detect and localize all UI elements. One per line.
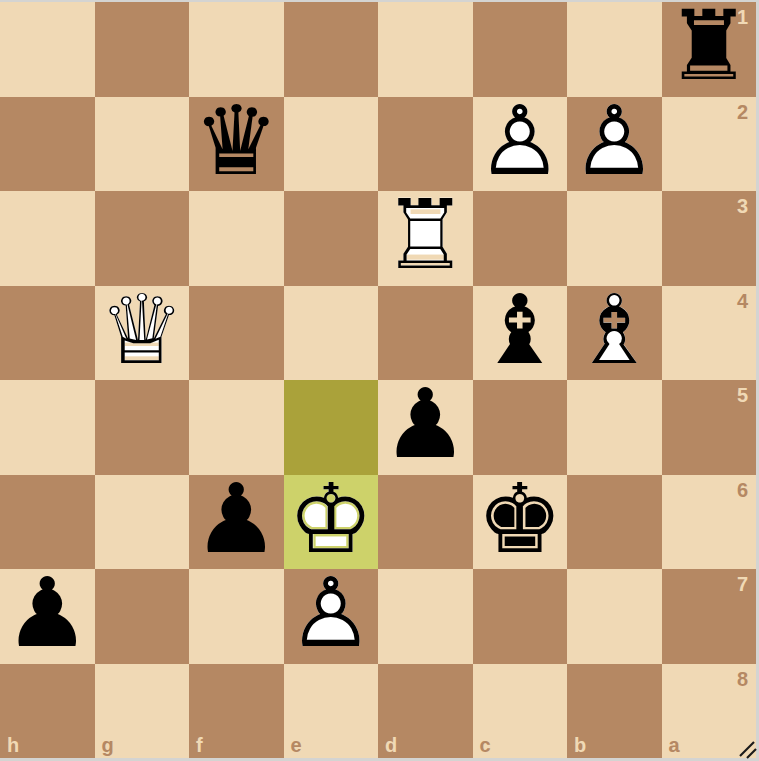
square-f6[interactable]: ♟ xyxy=(189,475,284,570)
square-h2[interactable] xyxy=(0,97,95,192)
rank-label-2: 2 xyxy=(737,102,748,122)
square-g5[interactable] xyxy=(95,380,190,475)
rank-label-1: 1 xyxy=(737,7,748,27)
square-c7[interactable] xyxy=(473,569,568,664)
square-a4[interactable]: 4 xyxy=(662,286,757,381)
file-label-h: h xyxy=(7,735,19,755)
rank-label-8: 8 xyxy=(737,669,748,689)
square-h6[interactable] xyxy=(0,475,95,570)
square-e7[interactable]: ♟♙ xyxy=(284,569,379,664)
square-f1[interactable] xyxy=(189,2,284,97)
white-pawn[interactable]: ♟♙ xyxy=(284,569,379,664)
white-pawn[interactable]: ♟♙ xyxy=(473,97,568,192)
square-c2[interactable]: ♟♙ xyxy=(473,97,568,192)
square-d4[interactable] xyxy=(378,286,473,381)
square-g2[interactable] xyxy=(95,97,190,192)
rank-label-4: 4 xyxy=(737,291,748,311)
square-h4[interactable] xyxy=(0,286,95,381)
file-label-g: g xyxy=(102,735,114,755)
white-pawn[interactable]: ♟♙ xyxy=(567,97,662,192)
black-pawn-fill-glyph: ♟ xyxy=(193,471,279,567)
square-d2[interactable] xyxy=(378,97,473,192)
white-king[interactable]: ♚♔ xyxy=(284,475,379,570)
square-a1[interactable]: ♜1 xyxy=(662,2,757,97)
square-a5[interactable]: 5 xyxy=(662,380,757,475)
square-g3[interactable] xyxy=(95,191,190,286)
square-b6[interactable] xyxy=(567,475,662,570)
board-resize-handle[interactable] xyxy=(736,738,758,760)
white-king-outline-glyph: ♔ xyxy=(288,471,374,567)
square-g7[interactable] xyxy=(95,569,190,664)
black-pawn-fill-glyph: ♟ xyxy=(382,376,468,472)
square-b8[interactable]: b xyxy=(567,664,662,759)
square-f5[interactable] xyxy=(189,380,284,475)
white-bishop[interactable]: ♝♗ xyxy=(567,286,662,381)
black-king[interactable]: ♚ xyxy=(473,475,568,570)
square-c6[interactable]: ♚ xyxy=(473,475,568,570)
square-c3[interactable] xyxy=(473,191,568,286)
square-b3[interactable] xyxy=(567,191,662,286)
square-f3[interactable] xyxy=(189,191,284,286)
file-label-a: a xyxy=(669,735,680,755)
square-h5[interactable] xyxy=(0,380,95,475)
square-a6[interactable]: 6 xyxy=(662,475,757,570)
square-e8[interactable]: e xyxy=(284,664,379,759)
black-pawn[interactable]: ♟ xyxy=(189,475,284,570)
square-e2[interactable] xyxy=(284,97,379,192)
black-bishop[interactable]: ♝ xyxy=(473,286,568,381)
square-a3[interactable]: 3 xyxy=(662,191,757,286)
rank-label-3: 3 xyxy=(737,196,748,216)
square-a7[interactable]: 7 xyxy=(662,569,757,664)
square-b1[interactable] xyxy=(567,2,662,97)
square-d1[interactable] xyxy=(378,2,473,97)
file-label-f: f xyxy=(196,735,203,755)
square-d3[interactable]: ♜♖ xyxy=(378,191,473,286)
file-label-c: c xyxy=(480,735,491,755)
square-g6[interactable] xyxy=(95,475,190,570)
black-king-fill-glyph: ♚ xyxy=(477,471,563,567)
white-rook[interactable]: ♜♖ xyxy=(378,191,473,286)
white-bishop-outline-glyph: ♗ xyxy=(571,282,657,378)
black-queen[interactable]: ♛ xyxy=(189,97,284,192)
square-f7[interactable] xyxy=(189,569,284,664)
square-f4[interactable] xyxy=(189,286,284,381)
black-pawn-fill-glyph: ♟ xyxy=(4,565,90,661)
square-h8[interactable]: h xyxy=(0,664,95,759)
square-e5[interactable] xyxy=(284,380,379,475)
page-background: ♜1♛♟♙♟♙2♜♖3♛♕♝♝♗4♟5♟♚♔♚6♟♟♙7hgfedcb8a xyxy=(0,0,759,761)
square-d5[interactable]: ♟ xyxy=(378,380,473,475)
white-pawn-outline-glyph: ♙ xyxy=(288,565,374,661)
white-pawn-outline-glyph: ♙ xyxy=(477,93,563,189)
square-d7[interactable] xyxy=(378,569,473,664)
white-queen[interactable]: ♛♕ xyxy=(95,286,190,381)
square-g8[interactable]: g xyxy=(95,664,190,759)
square-b4[interactable]: ♝♗ xyxy=(567,286,662,381)
rank-label-5: 5 xyxy=(737,385,748,405)
square-c5[interactable] xyxy=(473,380,568,475)
square-c8[interactable]: c xyxy=(473,664,568,759)
square-g4[interactable]: ♛♕ xyxy=(95,286,190,381)
square-h1[interactable] xyxy=(0,2,95,97)
square-c4[interactable]: ♝ xyxy=(473,286,568,381)
black-queen-fill-glyph: ♛ xyxy=(193,93,279,189)
white-queen-outline-glyph: ♕ xyxy=(99,282,185,378)
square-e4[interactable] xyxy=(284,286,379,381)
square-b2[interactable]: ♟♙ xyxy=(567,97,662,192)
file-label-b: b xyxy=(574,735,586,755)
black-bishop-fill-glyph: ♝ xyxy=(477,282,563,378)
square-h7[interactable]: ♟ xyxy=(0,569,95,664)
square-d8[interactable]: d xyxy=(378,664,473,759)
rank-label-7: 7 xyxy=(737,574,748,594)
black-pawn[interactable]: ♟ xyxy=(378,380,473,475)
square-e1[interactable] xyxy=(284,2,379,97)
rank-label-6: 6 xyxy=(737,480,748,500)
square-h3[interactable] xyxy=(0,191,95,286)
square-a2[interactable]: 2 xyxy=(662,97,757,192)
square-g1[interactable] xyxy=(95,2,190,97)
square-f8[interactable]: f xyxy=(189,664,284,759)
square-b5[interactable] xyxy=(567,380,662,475)
square-e3[interactable] xyxy=(284,191,379,286)
black-pawn[interactable]: ♟ xyxy=(0,569,95,664)
chess-board[interactable]: ♜1♛♟♙♟♙2♜♖3♛♕♝♝♗4♟5♟♚♔♚6♟♟♙7hgfedcb8a xyxy=(0,2,756,758)
file-label-e: e xyxy=(291,735,302,755)
square-f2[interactable]: ♛ xyxy=(189,97,284,192)
file-label-d: d xyxy=(385,735,397,755)
white-rook-outline-glyph: ♖ xyxy=(382,187,468,283)
square-b7[interactable] xyxy=(567,569,662,664)
white-pawn-outline-glyph: ♙ xyxy=(571,93,657,189)
square-e6[interactable]: ♚♔ xyxy=(284,475,379,570)
square-c1[interactable] xyxy=(473,2,568,97)
square-d6[interactable] xyxy=(378,475,473,570)
